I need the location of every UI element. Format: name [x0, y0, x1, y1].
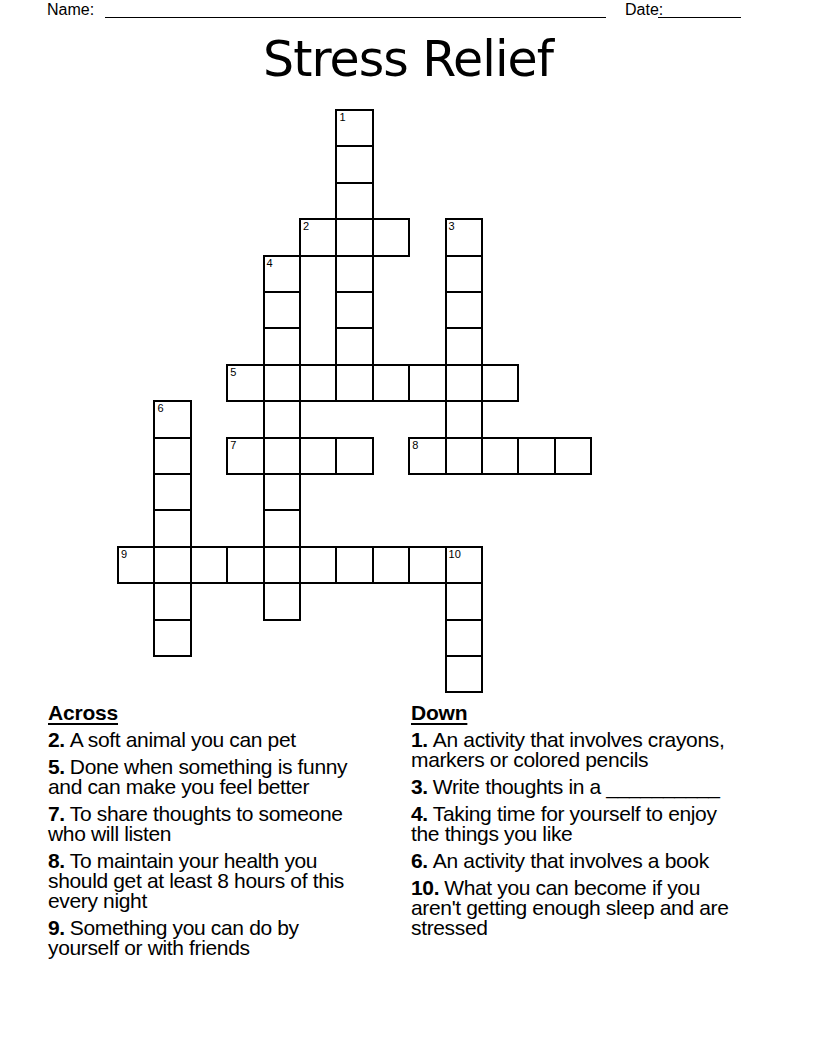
- grid-cell-r10c2[interactable]: [153, 437, 191, 475]
- grid-cell-r10c5[interactable]: [263, 437, 301, 475]
- grid-cell-r7c5[interactable]: [263, 327, 301, 365]
- grid-cell-r9c2[interactable]: 6: [153, 400, 191, 438]
- grid-cell-r6c5[interactable]: [263, 291, 301, 329]
- clue-down-3: 3.Write thoughts in a __________: [411, 777, 763, 797]
- grid-cell-r10c6[interactable]: [299, 437, 337, 475]
- clue-number: 2.: [48, 728, 65, 751]
- grid-cell-r10c10[interactable]: [445, 437, 483, 475]
- grid-cell-r10c7[interactable]: [335, 437, 373, 475]
- clue-number: 7.: [48, 802, 65, 825]
- grid-cell-r13c2[interactable]: [153, 546, 191, 584]
- grid-cell-r13c10[interactable]: 10: [445, 546, 483, 584]
- clue-down-6: 6.An activity that involves a book: [411, 851, 763, 871]
- grid-cell-r10c4[interactable]: 7: [226, 437, 264, 475]
- grid-cell-r7c7[interactable]: [335, 327, 373, 365]
- grid-cell-r13c8[interactable]: [372, 546, 410, 584]
- grid-cell-r8c11[interactable]: [481, 364, 519, 402]
- cell-clue-number-10: 10: [449, 548, 461, 561]
- clue-across-8: 8.To maintain your health youshould get …: [48, 851, 400, 911]
- grid-cell-r6c7[interactable]: [335, 291, 373, 329]
- grid-cell-r8c7[interactable]: [335, 364, 373, 402]
- clue-number: 3.: [411, 775, 428, 798]
- cell-clue-number-7: 7: [230, 439, 236, 452]
- cell-clue-number-2: 2: [303, 220, 309, 233]
- grid-cell-r13c1[interactable]: 9: [117, 546, 155, 584]
- grid-cell-r5c10[interactable]: [445, 255, 483, 293]
- grid-cell-r10c12[interactable]: [517, 437, 555, 475]
- cell-clue-number-4: 4: [267, 257, 273, 270]
- crossword-grid[interactable]: 12345678910: [117, 109, 593, 694]
- grid-cell-r8c10[interactable]: [445, 364, 483, 402]
- grid-cell-r6c10[interactable]: [445, 291, 483, 329]
- grid-cell-r3c7[interactable]: [335, 182, 373, 220]
- crossword-worksheet-page: { "game": "crossword", "title": "Stress …: [0, 0, 816, 1056]
- date-blank-line[interactable]: [658, 0, 741, 18]
- grid-cell-r10c13[interactable]: [554, 437, 592, 475]
- cell-clue-number-6: 6: [157, 402, 163, 415]
- clue-number: 1.: [411, 728, 428, 751]
- grid-cell-r9c10[interactable]: [445, 400, 483, 438]
- grid-cell-r7c10[interactable]: [445, 327, 483, 365]
- grid-cell-r15c10[interactable]: [445, 619, 483, 657]
- grid-cell-r13c5[interactable]: [263, 546, 301, 584]
- clue-across-7: 7.To share thoughts to someonewho will l…: [48, 804, 400, 844]
- clue-number: 5.: [48, 755, 65, 778]
- grid-cell-r13c7[interactable]: [335, 546, 373, 584]
- grid-cell-r9c5[interactable]: [263, 400, 301, 438]
- cell-clue-number-1: 1: [339, 111, 345, 124]
- grid-cell-r10c11[interactable]: [481, 437, 519, 475]
- name-blank-line[interactable]: [105, 0, 606, 18]
- grid-cell-r16c10[interactable]: [445, 655, 483, 693]
- grid-cell-r13c3[interactable]: [190, 546, 228, 584]
- grid-cell-r1c7[interactable]: 1: [335, 109, 373, 147]
- down-clues-section: Down 1.An activity that involves crayons…: [411, 702, 763, 945]
- grid-cell-r11c2[interactable]: [153, 473, 191, 511]
- grid-cell-r5c7[interactable]: [335, 255, 373, 293]
- grid-cell-r4c10[interactable]: 3: [445, 218, 483, 256]
- clue-number: 4.: [411, 802, 428, 825]
- grid-cell-r2c7[interactable]: [335, 145, 373, 183]
- grid-cell-r8c4[interactable]: 5: [226, 364, 264, 402]
- grid-cell-r14c10[interactable]: [445, 582, 483, 620]
- grid-cell-r8c9[interactable]: [408, 364, 446, 402]
- clue-number: 8.: [48, 849, 65, 872]
- cell-clue-number-9: 9: [121, 548, 127, 561]
- grid-cell-r10c9[interactable]: 8: [408, 437, 446, 475]
- across-clue-list: 2.A soft animal you can pet5.Done when s…: [48, 730, 400, 958]
- grid-cell-r4c8[interactable]: [372, 218, 410, 256]
- grid-cell-r8c8[interactable]: [372, 364, 410, 402]
- cell-clue-number-5: 5: [230, 366, 236, 379]
- grid-cell-r4c7[interactable]: [335, 218, 373, 256]
- grid-cell-r12c5[interactable]: [263, 509, 301, 547]
- grid-cell-r13c4[interactable]: [226, 546, 264, 584]
- grid-cell-r14c2[interactable]: [153, 582, 191, 620]
- down-heading: Down: [411, 702, 763, 723]
- grid-cell-r5c5[interactable]: 4: [263, 255, 301, 293]
- clue-number: 6.: [411, 849, 428, 872]
- grid-cell-r11c5[interactable]: [263, 473, 301, 511]
- clue-across-2: 2.A soft animal you can pet: [48, 730, 400, 750]
- across-heading: Across: [48, 702, 400, 723]
- grid-cell-r8c5[interactable]: [263, 364, 301, 402]
- clue-down-10: 10.What you can become if youaren't gett…: [411, 878, 763, 938]
- clue-number: 9.: [48, 916, 65, 939]
- clue-across-9: 9.Something you can do byyourself or wit…: [48, 918, 400, 958]
- grid-cell-r14c5[interactable]: [263, 582, 301, 620]
- grid-cell-r4c6[interactable]: 2: [299, 218, 337, 256]
- name-label: Name:: [47, 1, 94, 18]
- cell-clue-number-3: 3: [449, 220, 455, 233]
- cell-clue-number-8: 8: [412, 439, 418, 452]
- grid-cell-r13c6[interactable]: [299, 546, 337, 584]
- clue-number: 10.: [411, 876, 439, 899]
- clue-across-5: 5.Done when something is funnyand can ma…: [48, 757, 400, 797]
- clue-down-1: 1.An activity that involves crayons,mark…: [411, 730, 763, 770]
- grid-cell-r15c2[interactable]: [153, 619, 191, 657]
- grid-cell-r12c2[interactable]: [153, 509, 191, 547]
- down-clue-list: 1.An activity that involves crayons,mark…: [411, 730, 763, 938]
- across-clues-section: Across 2.A soft animal you can pet5.Done…: [48, 702, 400, 965]
- puzzle-title: Stress Relief: [0, 30, 816, 90]
- grid-cell-r8c6[interactable]: [299, 364, 337, 402]
- clue-down-4: 4.Taking time for yourself to enjoythe t…: [411, 804, 763, 844]
- grid-cell-r13c9[interactable]: [408, 546, 446, 584]
